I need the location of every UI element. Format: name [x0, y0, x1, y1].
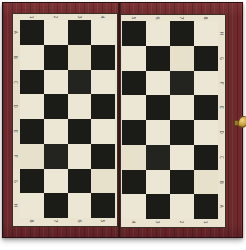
- board-square: [194, 145, 218, 170]
- board-square: [68, 169, 92, 194]
- board-square: [122, 46, 146, 71]
- board-square: [146, 95, 170, 120]
- board-square: [170, 71, 194, 96]
- product-photo-folding-chessboard: 1234 ABCDEFGH 8765 5678 HGFEDCBA 4321: [0, 0, 246, 250]
- board-square: [122, 71, 146, 96]
- board-square: [91, 70, 115, 95]
- board-square: [146, 21, 170, 46]
- board-square: [194, 21, 218, 46]
- coordinate-label: 4: [131, 210, 137, 234]
- clasp-knob-icon: [236, 115, 246, 130]
- board-square: [194, 120, 218, 145]
- board-square: [44, 94, 68, 119]
- board-square: [170, 120, 194, 145]
- board-square: [20, 94, 44, 119]
- board-half-left: 1234 ABCDEFGH 8765: [12, 13, 118, 227]
- board-square: [146, 71, 170, 96]
- board-square: [68, 119, 92, 144]
- board-square: [91, 169, 115, 194]
- squares-right-half: [122, 21, 218, 219]
- number-labels-bottom-left: 8765: [20, 218, 115, 224]
- board-square: [44, 144, 68, 169]
- board-square: [91, 45, 115, 70]
- board-square: [194, 95, 218, 120]
- coordinate-label: 2: [179, 210, 185, 234]
- board-square: [20, 119, 44, 144]
- board-square: [91, 119, 115, 144]
- board-square: [68, 20, 92, 45]
- board-square: [146, 170, 170, 195]
- board-square: [170, 170, 194, 195]
- board-square: [68, 70, 92, 95]
- board-square: [91, 94, 115, 119]
- brass-clasp: [234, 114, 246, 130]
- board-square: [91, 144, 115, 169]
- board-square: [146, 46, 170, 71]
- board-square: [20, 169, 44, 194]
- board-square: [146, 145, 170, 170]
- coordinate-label: 1: [203, 210, 209, 234]
- board-square: [170, 95, 194, 120]
- board-square: [194, 46, 218, 71]
- board-square: [91, 20, 115, 45]
- board-square: [20, 144, 44, 169]
- board-square: [122, 21, 146, 46]
- squares-left-half: [20, 20, 115, 218]
- board-square: [20, 70, 44, 95]
- board-square: [122, 120, 146, 145]
- coordinate-label: 5: [100, 209, 106, 233]
- board-square: [170, 145, 194, 170]
- coordinate-label: 3: [155, 210, 161, 234]
- board-square: [170, 21, 194, 46]
- board-square: [194, 71, 218, 96]
- letter-labels-right-edge: HGFEDCBA: [219, 21, 225, 219]
- board-square: [44, 20, 68, 45]
- letter-labels-left-edge: ABCDEFGH: [13, 20, 19, 218]
- board-square: [122, 170, 146, 195]
- board-square: [44, 119, 68, 144]
- board-square: [68, 144, 92, 169]
- board-square: [194, 170, 218, 195]
- board-square: [68, 45, 92, 70]
- board-square: [122, 95, 146, 120]
- board-square: [170, 46, 194, 71]
- board-square: [146, 120, 170, 145]
- number-labels-bottom-right: 4321: [122, 219, 218, 225]
- board-square: [44, 169, 68, 194]
- board-square: [44, 45, 68, 70]
- board-square: [68, 94, 92, 119]
- chess-board: 1234 ABCDEFGH 8765 5678 HGFEDCBA 4321: [2, 2, 243, 238]
- coordinate-label: 7: [53, 209, 59, 233]
- board-square: [20, 20, 44, 45]
- board-square: [20, 45, 44, 70]
- coordinate-label: 6: [76, 209, 82, 233]
- board-square: [44, 70, 68, 95]
- coordinate-label: 8: [29, 209, 35, 233]
- board-half-right: 5678 HGFEDCBA 4321: [120, 14, 226, 228]
- board-square: [122, 145, 146, 170]
